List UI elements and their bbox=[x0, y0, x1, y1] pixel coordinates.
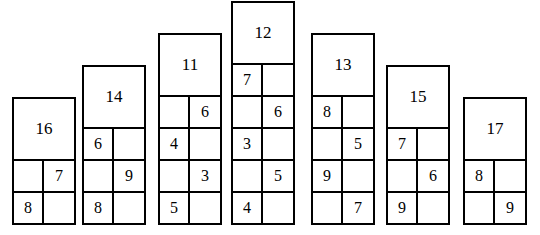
tower-13-row-4-left-blank-cell[interactable] bbox=[313, 193, 343, 223]
tower-13-row-1-right-blank-cell[interactable] bbox=[343, 97, 373, 127]
tower-15-row-3: 9 bbox=[388, 191, 448, 223]
tower-13-row-1-left-given-cell: 8 bbox=[313, 97, 343, 127]
tower-12-row-2-right-given-cell: 6 bbox=[263, 97, 293, 127]
tower-17-row-1-left-given-cell: 8 bbox=[465, 161, 495, 191]
tower-17: 1789 bbox=[463, 97, 527, 225]
tower-12-row-5-right-blank-cell[interactable] bbox=[263, 193, 293, 223]
tower-12-row-2: 6 bbox=[233, 95, 293, 127]
tower-11-row-4-right-blank-cell[interactable] bbox=[190, 193, 220, 223]
tower-11-row-2: 4 bbox=[160, 127, 220, 159]
tower-13-target-number: 13 bbox=[313, 35, 373, 95]
tower-13-row-3: 9 bbox=[313, 159, 373, 191]
tower-12-row-5-left-given-cell: 4 bbox=[233, 193, 263, 223]
tower-11-row-3: 3 bbox=[160, 159, 220, 191]
tower-13-row-2: 5 bbox=[313, 127, 373, 159]
tower-14-row-2-left-blank-cell[interactable] bbox=[84, 161, 114, 191]
tower-11: 116435 bbox=[158, 33, 222, 225]
tower-13-row-2-right-given-cell: 5 bbox=[343, 129, 373, 159]
tower-12-row-1-right-blank-cell[interactable] bbox=[263, 65, 293, 95]
tower-11-row-1: 6 bbox=[160, 95, 220, 127]
tower-16: 1678 bbox=[12, 97, 76, 225]
tower-15-row-3-left-given-cell: 9 bbox=[388, 193, 418, 223]
tower-12-row-4: 5 bbox=[233, 159, 293, 191]
tower-14-row-2: 9 bbox=[84, 159, 144, 191]
tower-11-row-2-right-blank-cell[interactable] bbox=[190, 129, 220, 159]
tower-14-row-3-left-given-cell: 8 bbox=[84, 193, 114, 223]
tower-13-row-4-right-given-cell: 7 bbox=[343, 193, 373, 223]
tower-12-row-3-left-given-cell: 3 bbox=[233, 129, 263, 159]
tower-16-row-2-left-given-cell: 8 bbox=[14, 193, 44, 223]
tower-15-row-1-right-blank-cell[interactable] bbox=[418, 129, 448, 159]
tower-14-row-1: 6 bbox=[84, 127, 144, 159]
tower-11-row-3-right-given-cell: 3 bbox=[190, 161, 220, 191]
tower-13: 138597 bbox=[311, 33, 375, 225]
tower-16-row-1: 7 bbox=[14, 159, 74, 191]
number-bonds-board: 1678146981164351276354138597157691789 bbox=[0, 0, 540, 235]
tower-12-row-1-left-given-cell: 7 bbox=[233, 65, 263, 95]
tower-16-row-2-right-blank-cell[interactable] bbox=[44, 193, 74, 223]
tower-12-row-4-right-given-cell: 5 bbox=[263, 161, 293, 191]
tower-11-target-number: 11 bbox=[160, 35, 220, 95]
tower-14-row-2-right-given-cell: 9 bbox=[114, 161, 144, 191]
tower-17-row-2: 9 bbox=[465, 191, 525, 223]
tower-14-target-number: 14 bbox=[84, 67, 144, 127]
tower-16-row-1-left-blank-cell[interactable] bbox=[14, 161, 44, 191]
tower-17-target-number: 17 bbox=[465, 99, 525, 159]
tower-11-row-1-right-given-cell: 6 bbox=[190, 97, 220, 127]
tower-16-row-1-right-given-cell: 7 bbox=[44, 161, 74, 191]
tower-15-target-number: 15 bbox=[388, 67, 448, 127]
tower-15: 15769 bbox=[386, 65, 450, 225]
tower-11-row-4: 5 bbox=[160, 191, 220, 223]
tower-11-row-1-left-blank-cell[interactable] bbox=[160, 97, 190, 127]
tower-15-row-2-right-given-cell: 6 bbox=[418, 161, 448, 191]
tower-13-row-4: 7 bbox=[313, 191, 373, 223]
tower-17-row-2-right-given-cell: 9 bbox=[495, 193, 525, 223]
tower-11-row-4-left-given-cell: 5 bbox=[160, 193, 190, 223]
tower-12-row-5: 4 bbox=[233, 191, 293, 223]
tower-11-row-3-left-blank-cell[interactable] bbox=[160, 161, 190, 191]
tower-12-row-2-left-blank-cell[interactable] bbox=[233, 97, 263, 127]
tower-14-row-1-right-blank-cell[interactable] bbox=[114, 129, 144, 159]
tower-17-row-1: 8 bbox=[465, 159, 525, 191]
tower-14-row-1-left-given-cell: 6 bbox=[84, 129, 114, 159]
tower-12-row-3: 3 bbox=[233, 127, 293, 159]
tower-14-row-3: 8 bbox=[84, 191, 144, 223]
tower-15-row-3-right-blank-cell[interactable] bbox=[418, 193, 448, 223]
tower-14-row-3-right-blank-cell[interactable] bbox=[114, 193, 144, 223]
tower-13-row-1: 8 bbox=[313, 95, 373, 127]
tower-17-row-1-right-blank-cell[interactable] bbox=[495, 161, 525, 191]
tower-13-row-3-left-given-cell: 9 bbox=[313, 161, 343, 191]
tower-12-row-3-right-blank-cell[interactable] bbox=[263, 129, 293, 159]
tower-11-row-2-left-given-cell: 4 bbox=[160, 129, 190, 159]
tower-15-row-1: 7 bbox=[388, 127, 448, 159]
tower-12-row-1: 7 bbox=[233, 63, 293, 95]
tower-16-target-number: 16 bbox=[14, 99, 74, 159]
tower-12-target-number: 12 bbox=[233, 3, 293, 63]
tower-13-row-2-left-blank-cell[interactable] bbox=[313, 129, 343, 159]
tower-17-row-2-left-blank-cell[interactable] bbox=[465, 193, 495, 223]
tower-16-row-2: 8 bbox=[14, 191, 74, 223]
tower-14: 14698 bbox=[82, 65, 146, 225]
tower-15-row-1-left-given-cell: 7 bbox=[388, 129, 418, 159]
tower-15-row-2: 6 bbox=[388, 159, 448, 191]
tower-15-row-2-left-blank-cell[interactable] bbox=[388, 161, 418, 191]
tower-13-row-3-right-blank-cell[interactable] bbox=[343, 161, 373, 191]
tower-12: 1276354 bbox=[231, 1, 295, 225]
tower-12-row-4-left-blank-cell[interactable] bbox=[233, 161, 263, 191]
